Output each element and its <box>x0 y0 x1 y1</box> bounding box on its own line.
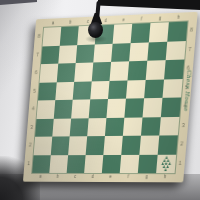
chess-board: abcdefgh abcdefgh 87654321 87654321 Ches… <box>23 12 198 183</box>
square-e2[interactable] <box>103 136 122 155</box>
square-a3[interactable] <box>35 118 54 136</box>
file-label-bottom-f: f <box>119 174 138 180</box>
file-label-bottom-a: a <box>32 174 50 180</box>
square-e5[interactable] <box>108 80 128 99</box>
square-g4[interactable] <box>143 98 163 117</box>
file-label-top-e: e <box>114 17 133 24</box>
square-h4[interactable] <box>161 97 181 116</box>
file-label-bottom-g: g <box>137 174 156 180</box>
square-g5[interactable] <box>144 79 164 98</box>
rank-label-right-7: 7 <box>185 40 194 59</box>
square-g2[interactable] <box>139 136 159 155</box>
square-f1[interactable] <box>120 154 140 173</box>
file-label-bottom-h: h <box>156 174 175 180</box>
square-e4[interactable] <box>106 99 126 118</box>
square-c5[interactable] <box>73 81 92 100</box>
square-f5[interactable] <box>126 79 146 98</box>
square-a5[interactable] <box>38 82 57 101</box>
square-f2[interactable] <box>121 136 141 155</box>
square-h7[interactable] <box>166 41 186 61</box>
square-g1[interactable] <box>138 154 158 173</box>
square-f7[interactable] <box>129 42 149 61</box>
square-d4[interactable] <box>89 99 108 118</box>
square-f6[interactable] <box>128 61 148 80</box>
square-f8[interactable] <box>131 23 151 43</box>
square-f3[interactable] <box>123 117 143 136</box>
file-label-bottom-c: c <box>66 174 84 180</box>
square-e8[interactable] <box>113 24 133 43</box>
square-a7[interactable] <box>41 45 60 64</box>
scene: abcdefgh abcdefgh 87654321 87654321 Ches… <box>0 0 200 200</box>
square-g3[interactable] <box>141 117 161 136</box>
file-label-top-f: f <box>132 16 151 23</box>
square-h3[interactable] <box>159 116 179 135</box>
file-label-top-h: h <box>169 14 188 21</box>
square-d1[interactable] <box>84 155 103 173</box>
file-label-top-a: a <box>44 20 62 27</box>
square-d7[interactable] <box>93 43 112 62</box>
hanging-clip-knob[interactable] <box>88 22 103 38</box>
square-b2[interactable] <box>51 136 70 154</box>
file-label-bottom-d: d <box>84 174 102 180</box>
brand-diamond-logo: ♟♟♟♟♚♟♟♟♟ <box>156 155 176 173</box>
square-a1[interactable] <box>32 155 51 173</box>
square-b1[interactable] <box>49 155 68 173</box>
square-e7[interactable] <box>111 43 131 62</box>
square-h2[interactable] <box>158 135 178 154</box>
square-h6[interactable] <box>164 60 184 79</box>
square-c4[interactable] <box>71 99 90 118</box>
square-e3[interactable] <box>105 117 124 136</box>
file-labels-bottom: abcdefgh <box>32 174 175 180</box>
square-h5[interactable] <box>162 78 182 97</box>
square-a6[interactable] <box>40 64 59 83</box>
square-d2[interactable] <box>86 136 105 155</box>
square-c7[interactable] <box>76 44 95 63</box>
square-b7[interactable] <box>58 45 77 64</box>
square-e1[interactable] <box>102 154 121 173</box>
file-label-bottom-b: b <box>49 174 67 180</box>
board-mat-border: abcdefgh abcdefgh 87654321 87654321 Ches… <box>23 12 198 183</box>
square-g6[interactable] <box>146 60 166 79</box>
square-d3[interactable] <box>87 118 106 137</box>
square-a8[interactable] <box>43 27 62 46</box>
square-h8[interactable] <box>167 21 187 41</box>
rank-label-right-2: 2 <box>177 135 186 154</box>
file-label-bottom-e: e <box>101 174 119 180</box>
square-b5[interactable] <box>55 81 74 100</box>
rank-label-right-8: 8 <box>187 21 196 40</box>
square-a4[interactable] <box>37 100 56 118</box>
square-c6[interactable] <box>74 62 93 81</box>
square-g7[interactable] <box>147 41 167 60</box>
logo-row: ♟ <box>164 169 168 172</box>
square-c1[interactable] <box>67 155 86 173</box>
squares <box>32 21 187 173</box>
rank-label-right-1: 1 <box>176 154 185 173</box>
square-b3[interactable] <box>52 118 71 136</box>
file-label-top-b: b <box>61 19 79 26</box>
square-c3[interactable] <box>70 118 89 137</box>
square-d6[interactable] <box>92 62 111 81</box>
rank-label-right-3: 3 <box>179 116 188 135</box>
square-e6[interactable] <box>110 61 130 80</box>
square-c2[interactable] <box>68 136 87 154</box>
file-label-top-g: g <box>151 15 170 22</box>
square-a2[interactable] <box>34 137 53 155</box>
square-b6[interactable] <box>57 63 76 82</box>
square-b8[interactable] <box>60 26 79 45</box>
square-b4[interactable] <box>54 100 73 119</box>
square-d5[interactable] <box>90 80 109 99</box>
square-g8[interactable] <box>149 22 169 42</box>
square-f4[interactable] <box>124 98 144 117</box>
